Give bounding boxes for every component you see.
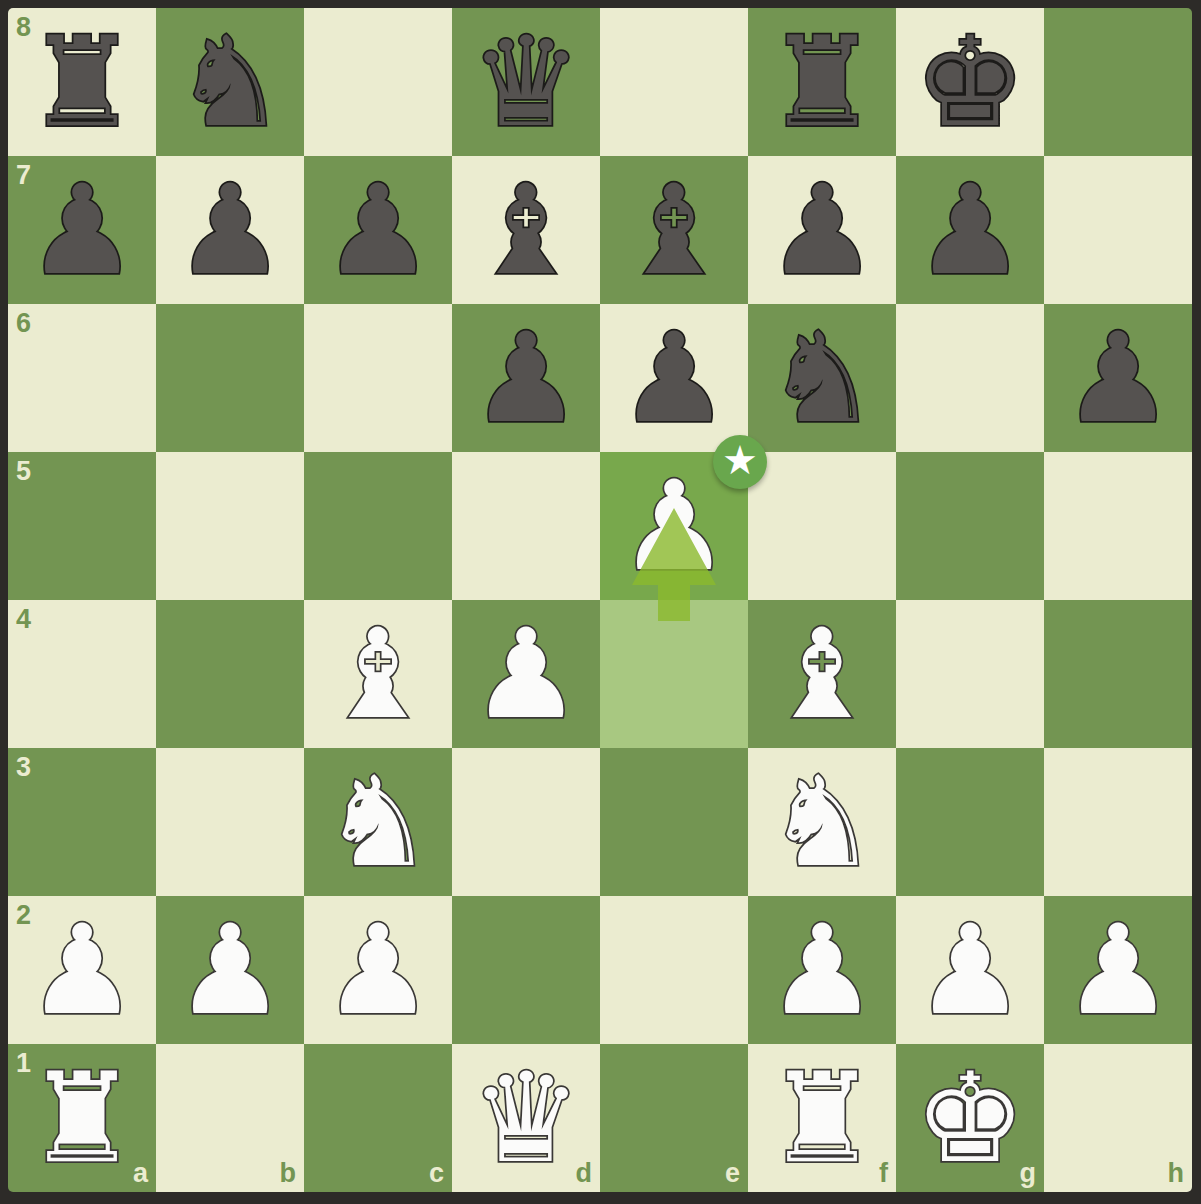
- coord-rank-3: 3: [16, 754, 31, 781]
- square-a4[interactable]: 4: [8, 600, 156, 748]
- board-frame: 8♜♞♛♜♚7♟♟♟♝♝♟♟6♟♟♞♟5♟4♝♟♝3♞♞2♟♟♟♟♟♟1a♜bc…: [0, 0, 1201, 1204]
- white-pawn-e5[interactable]: ♟: [600, 452, 748, 600]
- square-f4[interactable]: ♝: [748, 600, 896, 748]
- square-f7[interactable]: ♟: [748, 156, 896, 304]
- white-pawn-d4[interactable]: ♟: [452, 600, 600, 748]
- square-h2[interactable]: ♟: [1044, 896, 1192, 1044]
- black-pawn-h6[interactable]: ♟: [1044, 304, 1192, 452]
- square-b7[interactable]: ♟: [156, 156, 304, 304]
- square-a5[interactable]: 5: [8, 452, 156, 600]
- black-pawn-f7[interactable]: ♟: [748, 156, 896, 304]
- white-pawn-h2[interactable]: ♟: [1044, 896, 1192, 1044]
- square-d8[interactable]: ♛: [452, 8, 600, 156]
- square-f6[interactable]: ♞: [748, 304, 896, 452]
- square-b1[interactable]: b: [156, 1044, 304, 1192]
- square-e3[interactable]: [600, 748, 748, 896]
- white-king-g1[interactable]: ♚: [896, 1044, 1044, 1192]
- coord-file-h: h: [1168, 1160, 1185, 1187]
- white-pawn-c2[interactable]: ♟: [304, 896, 452, 1044]
- square-d7[interactable]: ♝: [452, 156, 600, 304]
- square-h8[interactable]: [1044, 8, 1192, 156]
- square-h5[interactable]: [1044, 452, 1192, 600]
- square-e7[interactable]: ♝: [600, 156, 748, 304]
- square-g7[interactable]: ♟: [896, 156, 1044, 304]
- white-rook-a1[interactable]: ♜: [8, 1044, 156, 1192]
- coord-file-b: b: [280, 1160, 297, 1187]
- white-rook-f1[interactable]: ♜: [748, 1044, 896, 1192]
- square-g4[interactable]: [896, 600, 1044, 748]
- white-pawn-b2[interactable]: ♟: [156, 896, 304, 1044]
- white-pawn-a2[interactable]: ♟: [8, 896, 156, 1044]
- coord-rank-4: 4: [16, 606, 31, 633]
- square-d5[interactable]: [452, 452, 600, 600]
- square-b2[interactable]: ♟: [156, 896, 304, 1044]
- black-pawn-c7[interactable]: ♟: [304, 156, 452, 304]
- square-f2[interactable]: ♟: [748, 896, 896, 1044]
- square-d3[interactable]: [452, 748, 600, 896]
- black-knight-f6[interactable]: ♞: [748, 304, 896, 452]
- white-knight-f3[interactable]: ♞: [748, 748, 896, 896]
- square-g3[interactable]: [896, 748, 1044, 896]
- square-f3[interactable]: ♞: [748, 748, 896, 896]
- square-g8[interactable]: ♚: [896, 8, 1044, 156]
- square-f8[interactable]: ♜: [748, 8, 896, 156]
- square-b8[interactable]: ♞: [156, 8, 304, 156]
- black-pawn-b7[interactable]: ♟: [156, 156, 304, 304]
- black-bishop-e7[interactable]: ♝: [600, 156, 748, 304]
- black-bishop-d7[interactable]: ♝: [452, 156, 600, 304]
- square-h1[interactable]: h: [1044, 1044, 1192, 1192]
- square-c6[interactable]: [304, 304, 452, 452]
- black-king-g8[interactable]: ♚: [896, 8, 1044, 156]
- square-a2[interactable]: 2♟: [8, 896, 156, 1044]
- square-e1[interactable]: e: [600, 1044, 748, 1192]
- square-c1[interactable]: c: [304, 1044, 452, 1192]
- coord-rank-5: 5: [16, 458, 31, 485]
- coord-file-c: c: [429, 1160, 444, 1187]
- square-b6[interactable]: [156, 304, 304, 452]
- square-e5[interactable]: ♟: [600, 452, 748, 600]
- chess-board[interactable]: 8♜♞♛♜♚7♟♟♟♝♝♟♟6♟♟♞♟5♟4♝♟♝3♞♞2♟♟♟♟♟♟1a♜bc…: [8, 8, 1192, 1192]
- square-b4[interactable]: [156, 600, 304, 748]
- square-c5[interactable]: [304, 452, 452, 600]
- white-knight-c3[interactable]: ♞: [304, 748, 452, 896]
- black-pawn-d6[interactable]: ♟: [452, 304, 600, 452]
- square-c2[interactable]: ♟: [304, 896, 452, 1044]
- square-a8[interactable]: 8♜: [8, 8, 156, 156]
- square-h4[interactable]: [1044, 600, 1192, 748]
- square-d4[interactable]: ♟: [452, 600, 600, 748]
- square-a1[interactable]: 1a♜: [8, 1044, 156, 1192]
- coord-rank-6: 6: [16, 310, 31, 337]
- white-bishop-c4[interactable]: ♝: [304, 600, 452, 748]
- black-pawn-a7[interactable]: ♟: [8, 156, 156, 304]
- square-c8[interactable]: [304, 8, 452, 156]
- square-c7[interactable]: ♟: [304, 156, 452, 304]
- coord-file-e: e: [725, 1160, 740, 1187]
- square-b3[interactable]: [156, 748, 304, 896]
- square-f5[interactable]: [748, 452, 896, 600]
- square-h6[interactable]: ♟: [1044, 304, 1192, 452]
- square-c3[interactable]: ♞: [304, 748, 452, 896]
- black-pawn-e6[interactable]: ♟: [600, 304, 748, 452]
- square-b5[interactable]: [156, 452, 304, 600]
- square-d1[interactable]: d♛: [452, 1044, 600, 1192]
- square-g1[interactable]: g♚: [896, 1044, 1044, 1192]
- square-f1[interactable]: f♜: [748, 1044, 896, 1192]
- square-e8[interactable]: [600, 8, 748, 156]
- black-rook-a8[interactable]: ♜: [8, 8, 156, 156]
- black-queen-d8[interactable]: ♛: [452, 8, 600, 156]
- white-pawn-f2[interactable]: ♟: [748, 896, 896, 1044]
- black-pawn-g7[interactable]: ♟: [896, 156, 1044, 304]
- square-g2[interactable]: ♟: [896, 896, 1044, 1044]
- square-h3[interactable]: [1044, 748, 1192, 896]
- square-h7[interactable]: [1044, 156, 1192, 304]
- square-a7[interactable]: 7♟: [8, 156, 156, 304]
- square-c4[interactable]: ♝: [304, 600, 452, 748]
- square-d2[interactable]: [452, 896, 600, 1044]
- square-a6[interactable]: 6: [8, 304, 156, 452]
- square-g5[interactable]: [896, 452, 1044, 600]
- black-knight-b8[interactable]: ♞: [156, 8, 304, 156]
- square-g6[interactable]: [896, 304, 1044, 452]
- black-rook-f8[interactable]: ♜: [748, 8, 896, 156]
- square-d6[interactable]: ♟: [452, 304, 600, 452]
- square-e2[interactable]: [600, 896, 748, 1044]
- square-a3[interactable]: 3: [8, 748, 156, 896]
- square-e6[interactable]: ♟: [600, 304, 748, 452]
- white-bishop-f4[interactable]: ♝: [748, 600, 896, 748]
- white-queen-d1[interactable]: ♛: [452, 1044, 600, 1192]
- white-pawn-g2[interactable]: ♟: [896, 896, 1044, 1044]
- square-e4[interactable]: [600, 600, 748, 748]
